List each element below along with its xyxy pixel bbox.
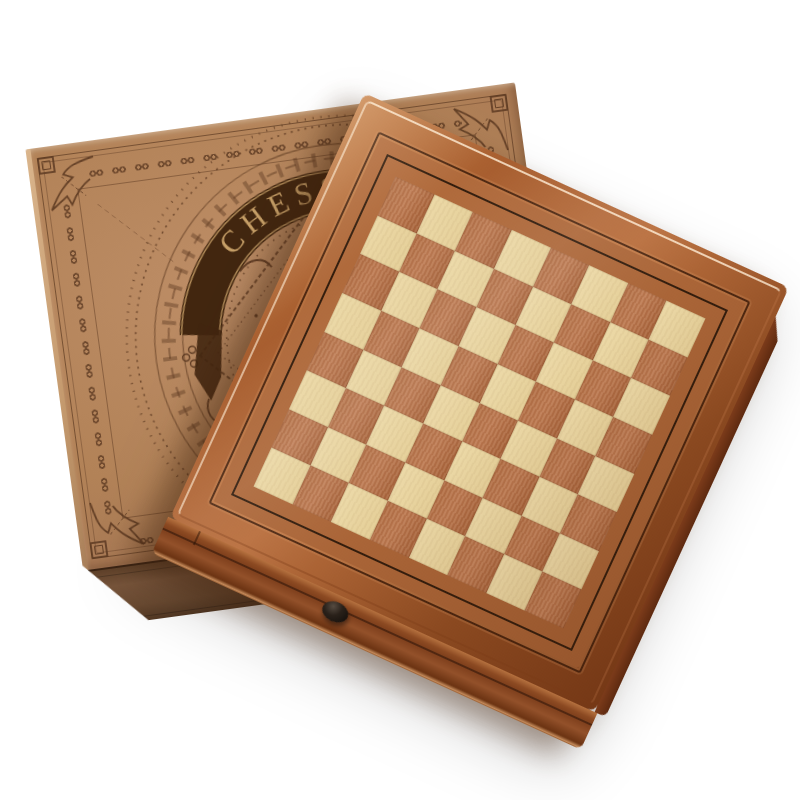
box-corner-ornament-top-left [34,147,108,221]
board-grid [253,176,705,628]
box-corner-ornament-bottom-left [81,487,155,561]
inlay-line [231,154,728,651]
product-photo-scene: CHESS [0,0,800,800]
